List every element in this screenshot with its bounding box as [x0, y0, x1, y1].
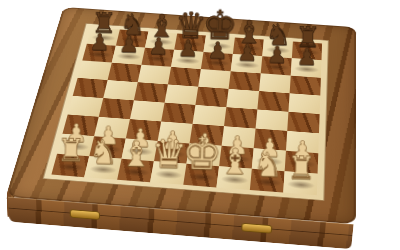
square-a6[interactable]: [78, 60, 112, 80]
square-h1[interactable]: ♜: [283, 171, 317, 195]
piece-black-pawn-c7[interactable]: ♟: [148, 35, 169, 58]
piece-white-knight-g1[interactable]: ♞: [252, 148, 282, 182]
square-c1[interactable]: ♝: [117, 159, 154, 183]
piece-white-rook-h1[interactable]: ♜: [286, 152, 316, 185]
square-b1[interactable]: ♞: [84, 156, 121, 179]
square-a4[interactable]: [68, 96, 104, 117]
piece-black-pawn-d7[interactable]: ♟: [177, 37, 198, 60]
square-g7[interactable]: ♟: [261, 56, 292, 75]
square-c4[interactable]: [130, 100, 165, 121]
square-h4[interactable]: [287, 112, 319, 134]
square-c7[interactable]: ♟: [141, 48, 174, 67]
square-b7[interactable]: ♟: [112, 46, 145, 65]
brass-hinge-icon: [241, 223, 272, 234]
square-e5[interactable]: [195, 87, 228, 108]
square-g4[interactable]: [256, 109, 289, 130]
square-a1[interactable]: ♜: [51, 154, 89, 177]
square-h7[interactable]: ♟: [291, 58, 322, 77]
brass-hinge-icon: [70, 209, 100, 220]
piece-black-pawn-a7[interactable]: ♟: [89, 31, 110, 54]
square-e7[interactable]: ♟: [201, 52, 233, 71]
square-g6[interactable]: [259, 73, 291, 93]
piece-black-pawn-h7[interactable]: ♟: [296, 45, 317, 69]
board-grid: ♜♞♝♛♚♝♞♜♟♟♟♟♟♟♟♟♟♟♟♟♟♟♟♟♜♞♝♛♚♝♞♜: [51, 27, 322, 195]
piece-white-rook-a1[interactable]: ♜: [56, 134, 85, 166]
square-c6[interactable]: [138, 65, 171, 85]
product-photo: ♜♞♝♛♚♝♞♜♟♟♟♟♟♟♟♟♟♟♟♟♟♟♟♟♜♞♝♛♚♝♞♜: [0, 0, 400, 250]
square-f1[interactable]: ♝: [216, 166, 251, 190]
square-d5[interactable]: [165, 84, 199, 104]
square-f5[interactable]: [226, 89, 259, 110]
square-h6[interactable]: [290, 75, 321, 95]
square-f6[interactable]: [229, 71, 261, 91]
square-e4[interactable]: [193, 105, 227, 126]
square-g5[interactable]: [257, 91, 289, 112]
square-b4[interactable]: [99, 98, 134, 119]
piece-white-bishop-f1[interactable]: ♝: [218, 143, 250, 179]
piece-black-pawn-g7[interactable]: ♟: [266, 43, 287, 67]
board-frame: ♜♞♝♛♚♝♞♜♟♟♟♟♟♟♟♟♟♟♟♟♟♟♟♟♜♞♝♛♚♝♞♜: [6, 7, 356, 224]
square-d7[interactable]: ♟: [171, 50, 203, 69]
piece-black-pawn-e7[interactable]: ♟: [207, 39, 228, 62]
photo-rotation-wrapper: ♜♞♝♛♚♝♞♜♟♟♟♟♟♟♟♟♟♟♟♟♟♟♟♟♜♞♝♛♚♝♞♜: [0, 0, 400, 250]
square-e6[interactable]: [198, 69, 231, 89]
square-e1[interactable]: ♚: [183, 164, 219, 188]
square-f4[interactable]: [224, 107, 257, 128]
chess-board: ♜♞♝♛♚♝♞♜♟♟♟♟♟♟♟♟♟♟♟♟♟♟♟♟♜♞♝♛♚♝♞♜: [6, 7, 356, 224]
square-b5[interactable]: [103, 80, 137, 100]
square-d6[interactable]: [168, 67, 201, 87]
square-a7[interactable]: ♟: [82, 44, 116, 63]
board-inner-border: ♜♞♝♛♚♝♞♜♟♟♟♟♟♟♟♟♟♟♟♟♟♟♟♟♜♞♝♛♚♝♞♜: [43, 23, 329, 200]
square-f7[interactable]: ♟: [231, 54, 263, 73]
square-a5[interactable]: [73, 78, 108, 98]
piece-black-pawn-f7[interactable]: ♟: [236, 41, 257, 64]
perspective-scene: ♜♞♝♛♚♝♞♜♟♟♟♟♟♟♟♟♟♟♟♟♟♟♟♟♜♞♝♛♚♝♞♜: [0, 0, 400, 250]
square-d4[interactable]: [161, 103, 195, 124]
piece-white-bishop-c1[interactable]: ♝: [120, 136, 152, 172]
piece-black-pawn-b7[interactable]: ♟: [118, 33, 139, 56]
square-b6[interactable]: [108, 63, 142, 83]
square-g1[interactable]: ♞: [250, 169, 285, 193]
square-c5[interactable]: [134, 82, 168, 102]
piece-white-knight-b1[interactable]: ♞: [88, 135, 118, 169]
square-h5[interactable]: [288, 93, 320, 114]
piece-white-king-e1[interactable]: ♚: [181, 131, 222, 177]
